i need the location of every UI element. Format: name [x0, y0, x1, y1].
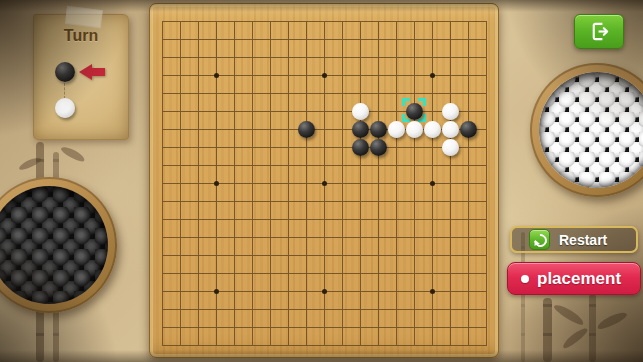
bamboo-decoration: [543, 298, 552, 362]
star-point: [430, 181, 435, 186]
game-screen: Turn Restart placement: [0, 0, 643, 362]
restart-label: Restart: [559, 232, 607, 248]
white-stone: [441, 120, 459, 138]
goban-grid: [153, 12, 495, 354]
star-point: [322, 289, 327, 294]
exit-button[interactable]: [574, 14, 624, 49]
bullet-dot-icon: [521, 275, 529, 283]
restart-refresh-icon: [529, 229, 550, 250]
star-point: [214, 289, 219, 294]
black-stone: [351, 138, 369, 156]
star-point: [214, 181, 219, 186]
tape-decoration: [65, 6, 103, 28]
star-point: [430, 289, 435, 294]
star-point: [214, 73, 219, 78]
star-point: [322, 73, 327, 78]
black-stone: [405, 102, 423, 120]
bamboo-leaf: [561, 326, 590, 351]
turn-arrow-icon: [79, 64, 105, 80]
white-stone: [423, 120, 441, 138]
bamboo-leaf: [552, 302, 586, 328]
stone-connector-line: [64, 83, 65, 99]
white-stone-bowl: [530, 63, 643, 197]
black-stone: [369, 138, 387, 156]
bamboo-leaf: [60, 144, 87, 163]
white-stones-pile: [539, 72, 643, 188]
white-stone: [405, 120, 423, 138]
turn-indicator-panel: Turn: [33, 14, 129, 140]
go-board[interactable]: [149, 3, 499, 358]
bamboo-decoration: [589, 294, 596, 362]
black-stone: [351, 120, 369, 138]
black-stone-bowl: [0, 177, 117, 313]
white-stone: [441, 138, 459, 156]
black-stones-pile: [0, 186, 108, 304]
black-stone: [369, 120, 387, 138]
white-stone: [441, 102, 459, 120]
white-stone: [351, 102, 369, 120]
white-stone: [387, 120, 405, 138]
turn-title: Turn: [34, 27, 128, 45]
placement-button[interactable]: placement: [507, 262, 641, 295]
exit-icon: [588, 20, 611, 43]
bamboo-leaf: [596, 309, 629, 331]
placement-label: placement: [537, 269, 621, 289]
star-point: [430, 73, 435, 78]
turn-white-stone: [55, 98, 75, 118]
star-point: [322, 181, 327, 186]
black-stone: [297, 120, 315, 138]
restart-button[interactable]: Restart: [510, 226, 638, 253]
turn-black-stone: [55, 62, 75, 82]
black-stone: [459, 120, 477, 138]
